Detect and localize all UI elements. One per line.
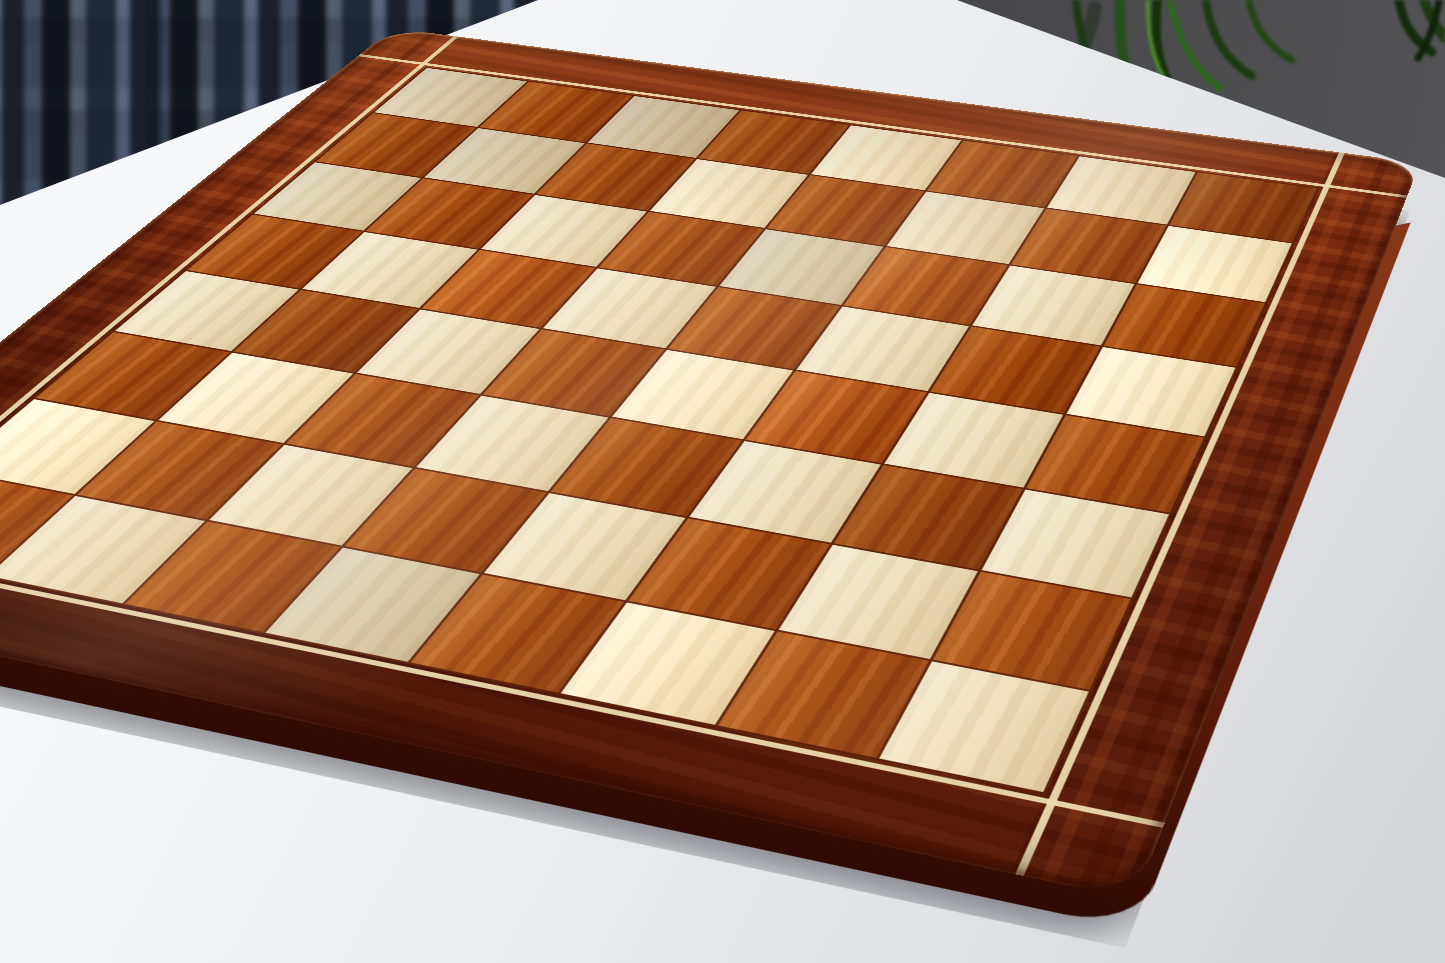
chessboard bbox=[0, 0, 1445, 963]
board-top-face bbox=[0, 28, 1420, 900]
scene bbox=[0, 0, 1445, 963]
